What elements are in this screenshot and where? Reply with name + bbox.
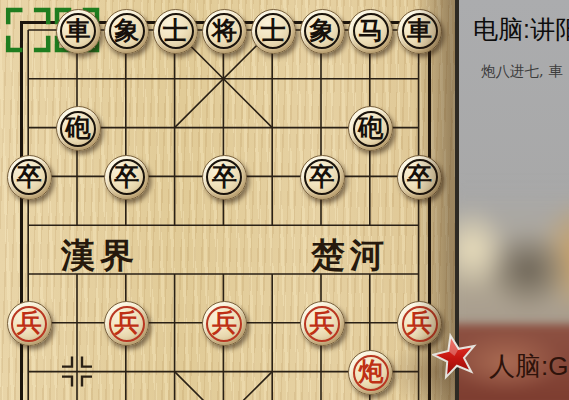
piece-black-chariot[interactable]: 車 <box>397 9 442 54</box>
piece-black-soldier[interactable]: 卒 <box>397 155 442 200</box>
piece-glyph: 马 <box>358 18 383 43</box>
piece-glyph: 砲 <box>358 115 383 140</box>
piece-black-cannon[interactable]: 砲 <box>56 106 101 151</box>
xiangqi-app: 漢界 楚河 車象士将士象马車砲砲卒卒卒卒卒兵兵兵兵兵炮 电脑:讲阳 炮八进七, … <box>0 0 569 400</box>
piece-black-elephant[interactable]: 象 <box>104 9 149 54</box>
piece-glyph: 炮 <box>358 359 383 384</box>
cannon-point-marker <box>62 357 92 387</box>
last-move-marker <box>8 10 48 50</box>
piece-glyph: 兵 <box>212 310 237 335</box>
piece-glyph: 卒 <box>310 164 335 189</box>
xiangqi-board[interactable]: 漢界 楚河 車象士将士象马車砲砲卒卒卒卒卒兵兵兵兵兵炮 <box>0 0 455 400</box>
move-history-text: 炮八进七, 車 <box>481 62 563 81</box>
piece-black-advisor[interactable]: 士 <box>251 9 296 54</box>
piece-glyph: 兵 <box>114 310 139 335</box>
piece-glyph: 車 <box>407 18 432 43</box>
piece-black-soldier[interactable]: 卒 <box>202 155 247 200</box>
piece-black-chariot[interactable]: 車 <box>56 9 101 54</box>
piece-red-soldier[interactable]: 兵 <box>300 301 345 346</box>
piece-black-advisor[interactable]: 士 <box>153 9 198 54</box>
turn-star-icon <box>432 333 478 380</box>
piece-glyph: 士 <box>163 18 188 43</box>
piece-glyph: 卒 <box>17 164 42 189</box>
piece-red-soldier[interactable]: 兵 <box>7 301 52 346</box>
piece-black-soldier[interactable]: 卒 <box>300 155 345 200</box>
piece-black-general[interactable]: 将 <box>202 9 247 54</box>
piece-red-soldier[interactable]: 兵 <box>202 301 247 346</box>
human-player-label: 人脑:Gu <box>489 349 569 384</box>
piece-black-soldier[interactable]: 卒 <box>104 155 149 200</box>
piece-glyph: 士 <box>261 18 286 43</box>
piece-black-horse[interactable]: 马 <box>348 9 393 54</box>
computer-player-label: 电脑:讲阳 <box>473 13 569 46</box>
piece-glyph: 象 <box>310 18 335 43</box>
piece-black-elephant[interactable]: 象 <box>300 9 345 54</box>
piece-black-soldier[interactable]: 卒 <box>7 155 52 200</box>
piece-glyph: 卒 <box>407 164 432 189</box>
piece-glyph: 象 <box>114 18 139 43</box>
piece-glyph: 兵 <box>310 310 335 335</box>
piece-glyph: 砲 <box>66 115 91 140</box>
piece-glyph: 車 <box>66 18 91 43</box>
piece-glyph: 卒 <box>114 164 139 189</box>
piece-glyph: 兵 <box>17 310 42 335</box>
panel-blurred-photo <box>455 192 569 342</box>
piece-glyph: 兵 <box>407 310 432 335</box>
piece-glyph: 卒 <box>212 164 237 189</box>
piece-glyph: 将 <box>212 18 237 43</box>
